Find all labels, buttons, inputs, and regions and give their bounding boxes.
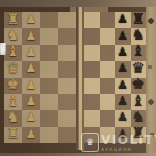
black-queen: ♛	[132, 61, 145, 76]
square: ♟	[22, 94, 40, 110]
square	[58, 94, 76, 110]
square	[84, 78, 100, 94]
black-knight: ♞	[132, 28, 145, 43]
black-pawn: ♟	[117, 79, 128, 91]
white-bishop: ♝	[6, 44, 19, 59]
square	[100, 28, 116, 44]
white-pawn: ♟	[26, 30, 37, 42]
white-pawn: ♟	[26, 62, 37, 74]
black-knight: ♞	[132, 110, 145, 125]
square	[58, 45, 76, 61]
square	[40, 78, 58, 94]
black-pawn: ♟	[117, 30, 128, 42]
white-rook: ♜	[6, 126, 19, 141]
square: ♜	[4, 12, 22, 28]
auction-photo-chess-set: ♜♟♞♟♝♟♛♟♚♟♝♟♞♟♜♟ ♟♜♟♞♟♝♟♛♟♚♟♝♟♞♟♜ ♛ VIOL…	[0, 0, 156, 156]
square: ♞	[131, 28, 147, 44]
square: ♝	[4, 94, 22, 110]
square	[40, 127, 58, 143]
square	[40, 12, 58, 28]
square	[100, 127, 116, 143]
black-bishop: ♝	[132, 94, 145, 109]
square: ♜	[4, 127, 22, 143]
square	[84, 12, 100, 28]
square	[58, 12, 76, 28]
square	[84, 127, 100, 143]
black-pawn: ♟	[117, 62, 128, 74]
white-pawn: ♟	[26, 13, 37, 25]
white-pawn: ♟	[26, 46, 37, 58]
black-rook: ♜	[132, 12, 145, 27]
white-pawn: ♟	[26, 128, 37, 140]
black-pawn: ♟	[117, 95, 128, 107]
square	[100, 78, 116, 94]
square: ♜	[131, 12, 147, 28]
square: ♟	[22, 127, 40, 143]
white-king: ♚	[6, 77, 19, 92]
board-left-half: ♜♟♞♟♝♟♛♟♚♟♝♟♞♟♜♟	[4, 12, 76, 143]
white-chip-mark	[0, 43, 6, 55]
black-rook: ♜	[132, 126, 145, 141]
square: ♟	[22, 78, 40, 94]
square	[58, 110, 76, 126]
square: ♝	[131, 94, 147, 110]
white-pawn: ♟	[26, 95, 37, 107]
square: ♟	[115, 28, 131, 44]
square: ♜	[131, 127, 147, 143]
square	[84, 45, 100, 61]
white-pawn: ♟	[26, 79, 37, 91]
square: ♞	[4, 28, 22, 44]
square: ♚	[4, 78, 22, 94]
square	[100, 45, 116, 61]
square: ♟	[22, 28, 40, 44]
square: ♝	[131, 45, 147, 61]
board-side-edge	[146, 7, 156, 153]
white-knight: ♞	[6, 110, 19, 125]
square	[84, 61, 100, 77]
square: ♛	[131, 61, 147, 77]
square	[84, 110, 100, 126]
white-pawn: ♟	[26, 111, 37, 123]
white-bishop: ♝	[6, 94, 19, 109]
square	[100, 12, 116, 28]
square	[40, 94, 58, 110]
black-pawn: ♟	[117, 111, 128, 123]
black-king: ♚	[132, 77, 145, 92]
square	[84, 94, 100, 110]
square	[100, 94, 116, 110]
square: ♞	[4, 110, 22, 126]
square: ♟	[115, 45, 131, 61]
square: ♝	[4, 45, 22, 61]
square	[40, 28, 58, 44]
white-queen: ♛	[6, 61, 19, 76]
board-right-half: ♟♜♟♞♟♝♟♛♟♚♟♝♟♞♟♜	[84, 12, 146, 143]
square	[40, 45, 58, 61]
board-hinge	[76, 7, 84, 150]
black-pawn: ♟	[117, 128, 128, 140]
square: ♟	[115, 12, 131, 28]
square: ♟	[22, 45, 40, 61]
white-rook: ♜	[6, 12, 19, 27]
black-pawn: ♟	[117, 13, 128, 25]
square	[58, 28, 76, 44]
square	[58, 127, 76, 143]
black-pawn: ♟	[117, 46, 128, 58]
square: ♚	[131, 78, 147, 94]
square	[84, 28, 100, 44]
square	[40, 61, 58, 77]
white-knight: ♞	[6, 28, 19, 43]
square	[58, 61, 76, 77]
square: ♟	[115, 61, 131, 77]
square: ♟	[22, 61, 40, 77]
square: ♟	[115, 127, 131, 143]
square: ♞	[131, 110, 147, 126]
square: ♟	[115, 94, 131, 110]
square: ♟	[22, 12, 40, 28]
square	[58, 78, 76, 94]
black-bishop: ♝	[132, 44, 145, 59]
square: ♛	[4, 61, 22, 77]
square: ♟	[115, 78, 131, 94]
square	[40, 110, 58, 126]
square: ♟	[22, 110, 40, 126]
chess-board: ♜♟♞♟♝♟♛♟♚♟♝♟♞♟♜♟ ♟♜♟♞♟♝♟♛♟♚♟♝♟♞♟♜	[0, 7, 156, 153]
square	[100, 110, 116, 126]
square	[100, 61, 116, 77]
square: ♟	[115, 110, 131, 126]
